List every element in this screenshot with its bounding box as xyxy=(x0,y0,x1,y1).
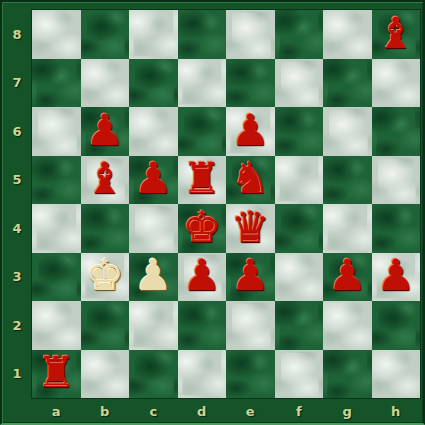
square-e4[interactable]: ♛ xyxy=(226,204,275,253)
black-pawn-piece[interactable]: ♟ xyxy=(328,254,367,297)
square-b6[interactable]: ♟ xyxy=(81,107,130,156)
square-b3[interactable]: ♚ xyxy=(81,253,130,302)
black-queen-piece[interactable]: ♛ xyxy=(231,206,270,249)
square-c3[interactable]: ♟ xyxy=(129,253,178,302)
square-c8[interactable] xyxy=(129,10,178,59)
chess-app-window: ♝♟♟♝♟♜♞♚♛♚♟♟♟♟♟♜ 87654321 abcdefgh xyxy=(0,0,425,425)
square-h3[interactable]: ♟ xyxy=(372,253,421,302)
square-a8[interactable] xyxy=(32,10,81,59)
file-coordinates: abcdefgh xyxy=(32,398,420,425)
square-d2[interactable] xyxy=(178,301,227,350)
file-label-h: h xyxy=(372,398,421,425)
square-e5[interactable]: ♞ xyxy=(226,156,275,205)
file-label-a: a xyxy=(32,398,81,425)
rank-label-4: 4 xyxy=(2,204,32,253)
square-e3[interactable]: ♟ xyxy=(226,253,275,302)
file-label-b: b xyxy=(81,398,130,425)
square-a3[interactable] xyxy=(32,253,81,302)
square-f4[interactable] xyxy=(275,204,324,253)
square-c1[interactable] xyxy=(129,350,178,399)
square-g1[interactable] xyxy=(323,350,372,399)
square-d4[interactable]: ♚ xyxy=(178,204,227,253)
square-b5[interactable]: ♝ xyxy=(81,156,130,205)
black-pawn-piece[interactable]: ♟ xyxy=(376,254,415,297)
square-h6[interactable] xyxy=(372,107,421,156)
square-c6[interactable] xyxy=(129,107,178,156)
square-f2[interactable] xyxy=(275,301,324,350)
square-a4[interactable] xyxy=(32,204,81,253)
square-a5[interactable] xyxy=(32,156,81,205)
square-f3[interactable] xyxy=(275,253,324,302)
square-f5[interactable] xyxy=(275,156,324,205)
black-rook-piece[interactable]: ♜ xyxy=(182,157,221,200)
square-b8[interactable] xyxy=(81,10,130,59)
square-g3[interactable]: ♟ xyxy=(323,253,372,302)
square-d3[interactable]: ♟ xyxy=(178,253,227,302)
square-h8[interactable]: ♝ xyxy=(372,10,421,59)
square-e6[interactable]: ♟ xyxy=(226,107,275,156)
file-label-f: f xyxy=(275,398,324,425)
square-h7[interactable] xyxy=(372,59,421,108)
square-e7[interactable] xyxy=(226,59,275,108)
black-pawn-piece[interactable]: ♟ xyxy=(182,254,221,297)
file-label-c: c xyxy=(129,398,178,425)
black-bishop-piece[interactable]: ♝ xyxy=(85,157,124,200)
square-a1[interactable]: ♜ xyxy=(32,350,81,399)
square-e1[interactable] xyxy=(226,350,275,399)
rank-coordinates: 87654321 xyxy=(2,10,32,398)
square-g4[interactable] xyxy=(323,204,372,253)
square-g5[interactable] xyxy=(323,156,372,205)
square-e2[interactable] xyxy=(226,301,275,350)
square-b4[interactable] xyxy=(81,204,130,253)
white-pawn-piece[interactable]: ♟ xyxy=(134,254,173,297)
chess-board: ♝♟♟♝♟♜♞♚♛♚♟♟♟♟♟♜ xyxy=(32,10,420,398)
rank-label-2: 2 xyxy=(2,301,32,350)
black-king-piece[interactable]: ♚ xyxy=(182,206,221,249)
square-b7[interactable] xyxy=(81,59,130,108)
black-bishop-piece[interactable]: ♝ xyxy=(376,12,415,55)
square-c2[interactable] xyxy=(129,301,178,350)
rank-label-8: 8 xyxy=(2,10,32,59)
rank-label-3: 3 xyxy=(2,253,32,302)
square-c5[interactable]: ♟ xyxy=(129,156,178,205)
square-f6[interactable] xyxy=(275,107,324,156)
rank-label-6: 6 xyxy=(2,107,32,156)
square-d7[interactable] xyxy=(178,59,227,108)
black-rook-piece[interactable]: ♜ xyxy=(37,351,76,394)
square-h2[interactable] xyxy=(372,301,421,350)
square-c7[interactable] xyxy=(129,59,178,108)
square-f1[interactable] xyxy=(275,350,324,399)
square-b2[interactable] xyxy=(81,301,130,350)
square-d6[interactable] xyxy=(178,107,227,156)
black-knight-piece[interactable]: ♞ xyxy=(231,157,270,200)
file-label-g: g xyxy=(323,398,372,425)
square-f7[interactable] xyxy=(275,59,324,108)
square-g7[interactable] xyxy=(323,59,372,108)
square-h4[interactable] xyxy=(372,204,421,253)
square-g6[interactable] xyxy=(323,107,372,156)
square-g8[interactable] xyxy=(323,10,372,59)
black-pawn-piece[interactable]: ♟ xyxy=(231,254,270,297)
square-b1[interactable] xyxy=(81,350,130,399)
square-d8[interactable] xyxy=(178,10,227,59)
square-h5[interactable] xyxy=(372,156,421,205)
square-d1[interactable] xyxy=(178,350,227,399)
square-e8[interactable] xyxy=(226,10,275,59)
rank-label-1: 1 xyxy=(2,350,32,399)
rank-label-5: 5 xyxy=(2,156,32,205)
file-label-d: d xyxy=(178,398,227,425)
square-d5[interactable]: ♜ xyxy=(178,156,227,205)
square-g2[interactable] xyxy=(323,301,372,350)
square-a6[interactable] xyxy=(32,107,81,156)
square-h1[interactable] xyxy=(372,350,421,399)
black-pawn-piece[interactable]: ♟ xyxy=(134,157,173,200)
file-label-e: e xyxy=(226,398,275,425)
square-c4[interactable] xyxy=(129,204,178,253)
rank-label-7: 7 xyxy=(2,59,32,108)
square-f8[interactable] xyxy=(275,10,324,59)
white-king-piece[interactable]: ♚ xyxy=(85,254,124,297)
square-a2[interactable] xyxy=(32,301,81,350)
black-pawn-piece[interactable]: ♟ xyxy=(231,109,270,152)
square-a7[interactable] xyxy=(32,59,81,108)
black-pawn-piece[interactable]: ♟ xyxy=(85,109,124,152)
